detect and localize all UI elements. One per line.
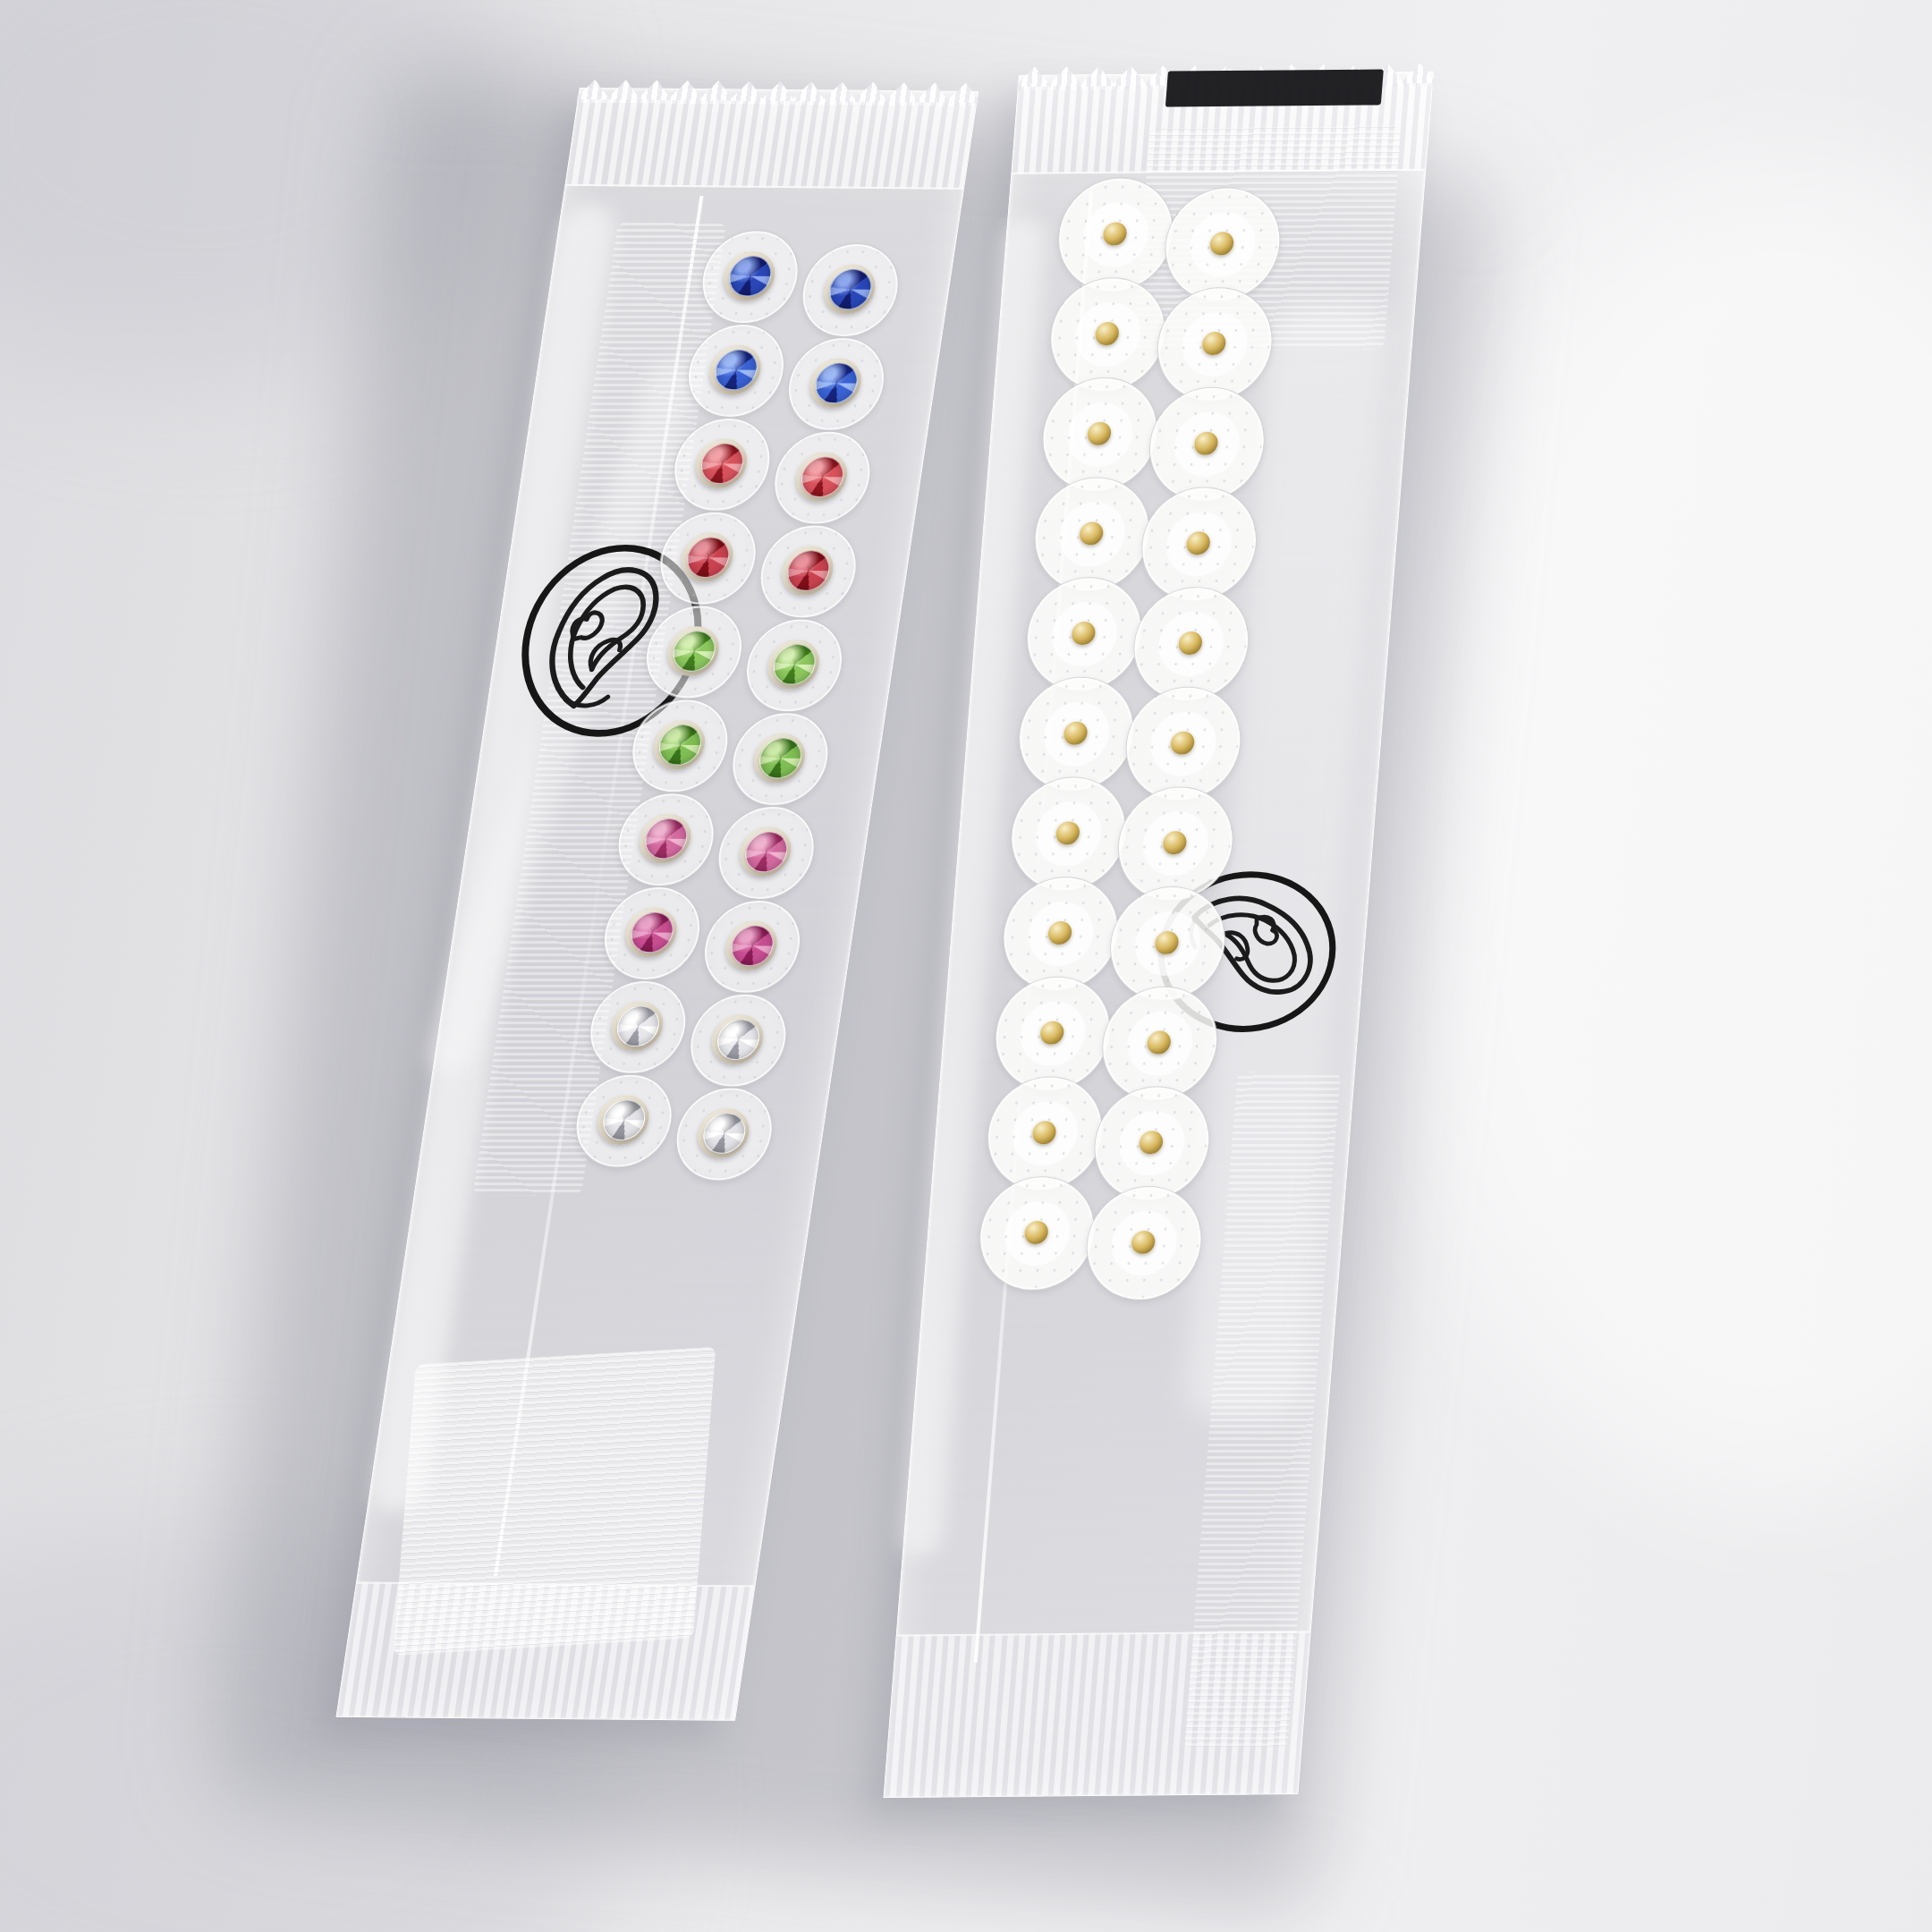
- crystal-gem: [826, 269, 874, 310]
- crystal-gem: [784, 550, 832, 591]
- crystal-gem: [614, 1005, 662, 1046]
- crystal-gem: [813, 362, 860, 403]
- product-photo: [0, 0, 1932, 1932]
- crystal-gem: [699, 443, 746, 484]
- crystal-gem: [642, 818, 690, 860]
- left-package-crimp-band: [565, 99, 976, 190]
- crystal-gem: [771, 644, 818, 685]
- crystal-gem: [729, 925, 776, 966]
- left-package-bottom-flap: [393, 1347, 716, 1657]
- crystal-gem: [684, 537, 732, 578]
- crystal-gem: [715, 1019, 762, 1060]
- crystal-gem: [757, 738, 804, 779]
- crystal-gem: [629, 912, 676, 953]
- crystal-gem: [700, 1113, 748, 1154]
- crystal-gem: [742, 832, 790, 873]
- crystal-gem: [671, 631, 718, 672]
- black-header-bar: [1165, 69, 1384, 106]
- crystal-gem: [713, 350, 760, 391]
- crystal-gem: [799, 456, 846, 497]
- crystal-gem: [600, 1099, 648, 1140]
- crystal-gem: [657, 724, 704, 766]
- crystal-gem: [726, 256, 774, 297]
